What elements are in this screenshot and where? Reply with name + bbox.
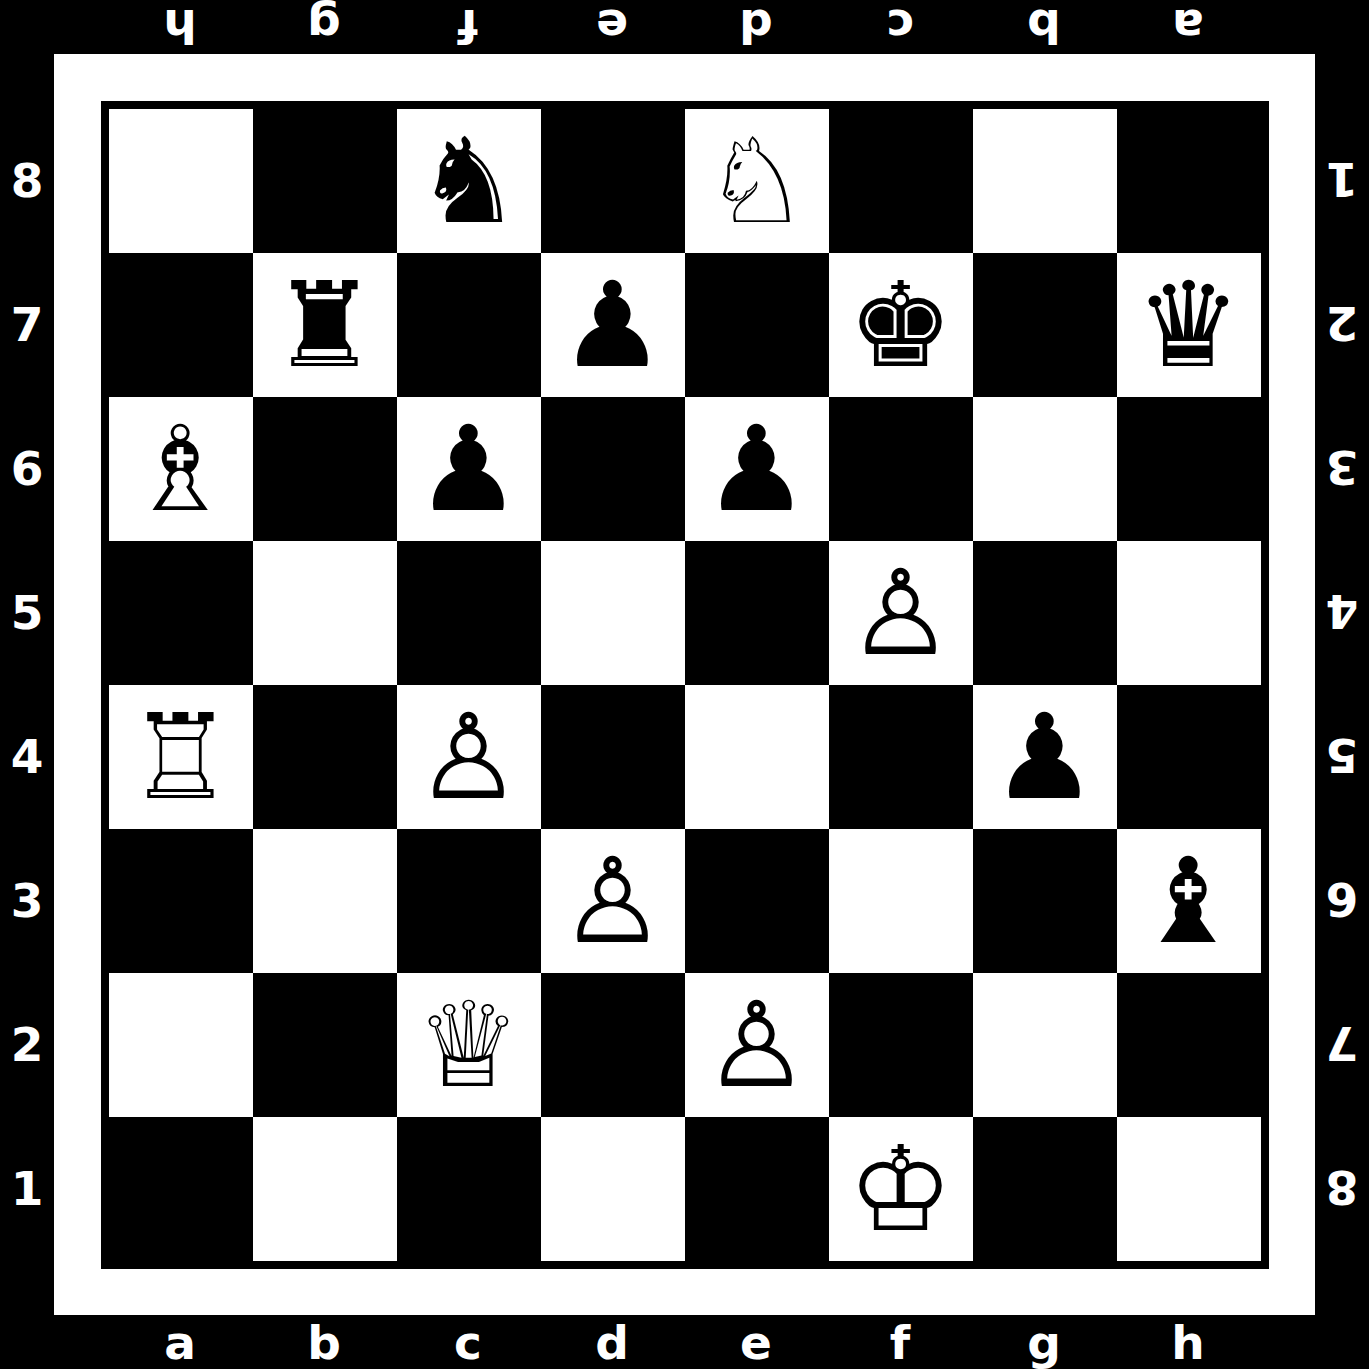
square-d2[interactable] xyxy=(541,973,685,1117)
rank-label-right-8: 8 xyxy=(1315,1116,1369,1260)
black-rook: ♜ xyxy=(272,253,378,397)
white-pawn: ♙ xyxy=(560,829,666,973)
square-c4[interactable]: ♙ xyxy=(397,685,541,829)
file-label-bottom-d: d xyxy=(540,1315,684,1369)
square-h6[interactable] xyxy=(1117,397,1261,541)
rank-label-right-7: 7 xyxy=(1315,972,1369,1116)
square-e4[interactable] xyxy=(685,685,829,829)
file-labels-top: abcdefgh xyxy=(108,0,1260,54)
square-a7[interactable] xyxy=(109,253,253,397)
square-b7[interactable]: ♜ xyxy=(253,253,397,397)
square-d5[interactable] xyxy=(541,541,685,685)
rank-label-left-2: 2 xyxy=(0,972,54,1116)
file-label-bottom-b: b xyxy=(252,1315,396,1369)
rank-label-right-2: 2 xyxy=(1315,252,1369,396)
square-f3[interactable] xyxy=(829,829,973,973)
square-f6[interactable] xyxy=(829,397,973,541)
white-knight: ♘ xyxy=(704,109,810,253)
black-pawn: ♟ xyxy=(992,685,1098,829)
file-label-top-c: c xyxy=(828,0,972,54)
square-a2[interactable] xyxy=(109,973,253,1117)
black-king: ♚ xyxy=(848,253,954,397)
file-label-top-a: a xyxy=(1116,0,1260,54)
square-f7[interactable]: ♚ xyxy=(829,253,973,397)
square-b4[interactable] xyxy=(253,685,397,829)
black-knight: ♞ xyxy=(416,109,522,253)
file-label-bottom-a: a xyxy=(108,1315,252,1369)
rank-label-right-6: 6 xyxy=(1315,828,1369,972)
square-h5[interactable] xyxy=(1117,541,1261,685)
white-queen: ♕ xyxy=(416,973,522,1117)
square-a6[interactable]: ♗ xyxy=(109,397,253,541)
square-b5[interactable] xyxy=(253,541,397,685)
rank-label-right-3: 3 xyxy=(1315,396,1369,540)
black-queen: ♛ xyxy=(1136,253,1242,397)
square-e1[interactable] xyxy=(685,1117,829,1261)
square-h4[interactable] xyxy=(1117,685,1261,829)
file-label-top-f: f xyxy=(396,0,540,54)
square-h3[interactable]: ♝ xyxy=(1117,829,1261,973)
square-c2[interactable]: ♕ xyxy=(397,973,541,1117)
white-bishop: ♗ xyxy=(128,397,234,541)
square-b8[interactable] xyxy=(253,109,397,253)
square-a5[interactable] xyxy=(109,541,253,685)
square-g3[interactable] xyxy=(973,829,1117,973)
square-d6[interactable] xyxy=(541,397,685,541)
white-pawn: ♙ xyxy=(416,685,522,829)
square-g2[interactable] xyxy=(973,973,1117,1117)
file-label-top-e: e xyxy=(540,0,684,54)
square-g7[interactable] xyxy=(973,253,1117,397)
rank-label-right-1: 1 xyxy=(1315,108,1369,252)
white-rook: ♖ xyxy=(128,685,234,829)
square-d8[interactable] xyxy=(541,109,685,253)
file-label-bottom-c: c xyxy=(396,1315,540,1369)
black-pawn: ♟ xyxy=(704,397,810,541)
file-label-top-h: h xyxy=(108,0,252,54)
square-e3[interactable] xyxy=(685,829,829,973)
square-h1[interactable] xyxy=(1117,1117,1261,1261)
square-e8[interactable]: ♘ xyxy=(685,109,829,253)
square-b6[interactable] xyxy=(253,397,397,541)
file-label-top-d: d xyxy=(684,0,828,54)
square-c3[interactable] xyxy=(397,829,541,973)
rank-label-left-1: 1 xyxy=(0,1116,54,1260)
rank-label-left-5: 5 xyxy=(0,540,54,684)
rank-label-left-7: 7 xyxy=(0,252,54,396)
square-b2[interactable] xyxy=(253,973,397,1117)
square-a3[interactable] xyxy=(109,829,253,973)
file-labels-bottom: abcdefgh xyxy=(108,1315,1260,1369)
square-h8[interactable] xyxy=(1117,109,1261,253)
square-f4[interactable] xyxy=(829,685,973,829)
rank-label-left-4: 4 xyxy=(0,684,54,828)
rank-label-left-8: 8 xyxy=(0,108,54,252)
rank-label-left-6: 6 xyxy=(0,396,54,540)
square-e5[interactable] xyxy=(685,541,829,685)
square-h2[interactable] xyxy=(1117,973,1261,1117)
black-pawn: ♟ xyxy=(560,253,666,397)
file-label-top-b: b xyxy=(972,0,1116,54)
square-g8[interactable] xyxy=(973,109,1117,253)
square-e6[interactable]: ♟ xyxy=(685,397,829,541)
square-g5[interactable] xyxy=(973,541,1117,685)
square-f8[interactable] xyxy=(829,109,973,253)
file-label-bottom-h: h xyxy=(1116,1315,1260,1369)
square-g1[interactable] xyxy=(973,1117,1117,1261)
square-c6[interactable]: ♟ xyxy=(397,397,541,541)
square-h7[interactable]: ♛ xyxy=(1117,253,1261,397)
rank-label-left-3: 3 xyxy=(0,828,54,972)
board-mat: ♞♘♜♟♚♛♗♟♟♙♖♙♟♙♝♕♙♔ xyxy=(54,54,1315,1315)
square-f5[interactable]: ♙ xyxy=(829,541,973,685)
square-g6[interactable] xyxy=(973,397,1117,541)
square-c5[interactable] xyxy=(397,541,541,685)
file-label-top-g: g xyxy=(252,0,396,54)
square-d1[interactable] xyxy=(541,1117,685,1261)
square-d7[interactable]: ♟ xyxy=(541,253,685,397)
square-a8[interactable] xyxy=(109,109,253,253)
file-label-bottom-g: g xyxy=(972,1315,1116,1369)
square-d4[interactable] xyxy=(541,685,685,829)
square-a4[interactable]: ♖ xyxy=(109,685,253,829)
square-e7[interactable] xyxy=(685,253,829,397)
rank-labels-left: 87654321 xyxy=(0,108,54,1260)
file-label-bottom-f: f xyxy=(828,1315,972,1369)
chess-board: ♞♘♜♟♚♛♗♟♟♙♖♙♟♙♝♕♙♔ xyxy=(101,101,1269,1269)
black-bishop: ♝ xyxy=(1136,829,1242,973)
square-f1[interactable]: ♔ xyxy=(829,1117,973,1261)
white-pawn: ♙ xyxy=(848,541,954,685)
square-c7[interactable] xyxy=(397,253,541,397)
square-c1[interactable] xyxy=(397,1117,541,1261)
square-c8[interactable]: ♞ xyxy=(397,109,541,253)
square-b1[interactable] xyxy=(253,1117,397,1261)
square-d3[interactable]: ♙ xyxy=(541,829,685,973)
chessboard-frame: abcdefgh 87654321 87654321 abcdefgh ♞♘♜♟… xyxy=(0,0,1369,1369)
rank-labels-right: 87654321 xyxy=(1315,108,1369,1260)
square-g4[interactable]: ♟ xyxy=(973,685,1117,829)
white-pawn: ♙ xyxy=(704,973,810,1117)
rank-label-right-5: 5 xyxy=(1315,684,1369,828)
square-a1[interactable] xyxy=(109,1117,253,1261)
black-pawn: ♟ xyxy=(416,397,522,541)
square-e2[interactable]: ♙ xyxy=(685,973,829,1117)
file-label-bottom-e: e xyxy=(684,1315,828,1369)
square-f2[interactable] xyxy=(829,973,973,1117)
rank-label-right-4: 4 xyxy=(1315,540,1369,684)
square-b3[interactable] xyxy=(253,829,397,973)
white-king: ♔ xyxy=(848,1117,954,1261)
